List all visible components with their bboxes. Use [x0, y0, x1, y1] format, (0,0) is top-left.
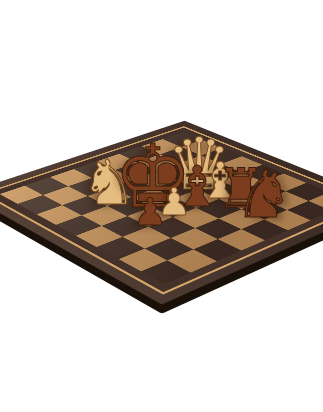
board-inlay-border: [0, 126, 323, 294]
chess-board: [0, 121, 323, 305]
chessboard-photo: ♞♚♟♟♝♛♝♜♞: [0, 0, 323, 412]
